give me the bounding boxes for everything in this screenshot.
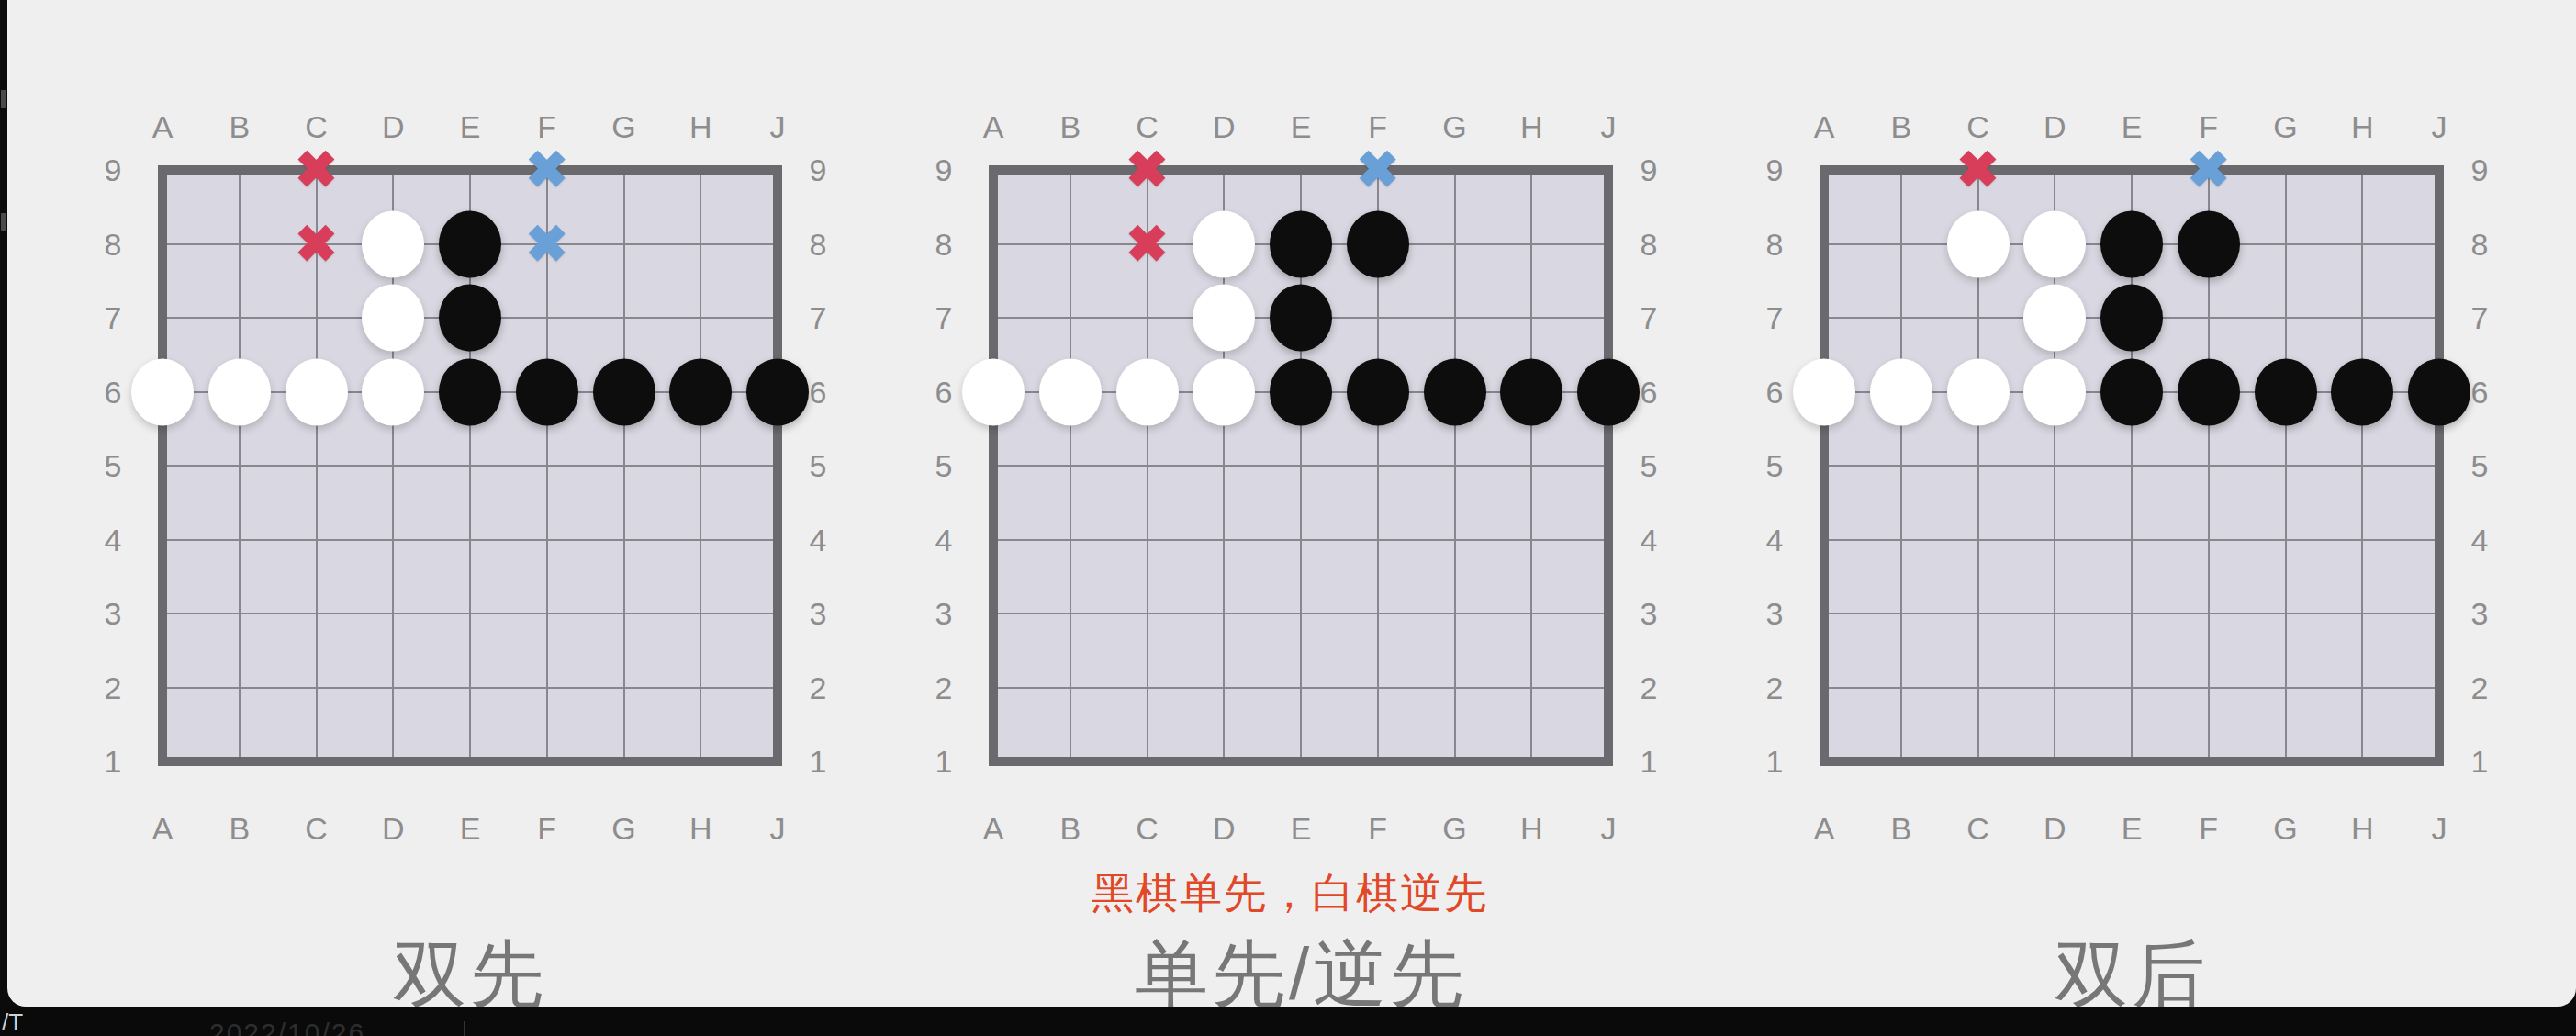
left-row-label-5: 5 <box>85 445 140 486</box>
white-stone <box>362 210 424 277</box>
left-row-label-9: 9 <box>916 150 971 190</box>
left-edge-artifact <box>1 213 6 231</box>
top-column-label-E: E <box>442 107 498 147</box>
bottom-column-label-J: J <box>750 808 805 849</box>
top-column-label-G: G <box>2258 107 2313 147</box>
top-column-label-B: B <box>212 107 267 147</box>
right-row-label-3: 3 <box>790 593 846 634</box>
right-row-label-9: 9 <box>1621 150 1676 190</box>
black-stone <box>439 285 501 352</box>
black-stone <box>2408 358 2470 425</box>
go-board-3: ✖✖ <box>1820 165 2444 766</box>
black-stone <box>2331 358 2393 425</box>
right-row-label-5: 5 <box>1621 445 1676 486</box>
red-x-mark: ✖ <box>1956 144 1999 196</box>
black-stone <box>1347 358 1409 425</box>
left-row-label-8: 8 <box>916 224 971 265</box>
right-row-label-3: 3 <box>2452 593 2507 634</box>
bottom-column-label-E: E <box>442 808 498 849</box>
white-stone <box>1947 358 2010 425</box>
left-row-label-5: 5 <box>1747 445 1802 486</box>
left-row-label-7: 7 <box>916 298 971 338</box>
right-row-label-1: 1 <box>790 741 846 782</box>
black-stone <box>593 358 655 425</box>
top-column-label-A: A <box>966 107 1021 147</box>
top-column-label-G: G <box>1428 107 1483 147</box>
left-row-label-1: 1 <box>916 741 971 782</box>
bottom-column-label-C: C <box>1120 808 1175 849</box>
white-stone <box>1793 358 1855 425</box>
bottom-column-label-A: A <box>966 808 1021 849</box>
bottom-column-label-H: H <box>1504 808 1559 849</box>
black-stone <box>2100 285 2163 352</box>
top-column-label-D: D <box>1196 107 1251 147</box>
top-column-label-J: J <box>750 107 805 147</box>
red-x-mark: ✖ <box>295 219 338 270</box>
bottom-column-label-D: D <box>1196 808 1251 849</box>
white-stone <box>2023 285 2086 352</box>
black-stone <box>439 210 501 277</box>
right-row-label-2: 2 <box>1621 668 1676 708</box>
left-row-label-3: 3 <box>916 593 971 634</box>
board-group-2: AABBCCDDEEFFGGHHJJ998877665544332211✖✖✖单… <box>935 0 1660 1007</box>
top-column-label-H: H <box>673 107 728 147</box>
white-stone <box>2023 210 2086 277</box>
black-stone <box>1270 285 1332 352</box>
bottom-column-label-G: G <box>1428 808 1483 849</box>
top-column-label-B: B <box>1043 107 1098 147</box>
black-stone <box>1424 358 1486 425</box>
top-column-label-D: D <box>365 107 420 147</box>
left-row-label-2: 2 <box>916 668 971 708</box>
right-row-label-5: 5 <box>790 445 846 486</box>
go-board-2: ✖✖✖ <box>989 165 1613 766</box>
left-row-label-7: 7 <box>1747 298 1802 338</box>
bottom-column-label-B: B <box>1043 808 1098 849</box>
left-row-label-4: 4 <box>85 520 140 560</box>
right-row-label-8: 8 <box>790 224 846 265</box>
white-stone <box>962 358 1025 425</box>
top-column-label-H: H <box>1504 107 1559 147</box>
white-stone <box>208 358 271 425</box>
top-column-label-E: E <box>1273 107 1328 147</box>
white-stone <box>1039 358 1102 425</box>
right-row-label-9: 9 <box>790 150 846 190</box>
white-stone <box>362 285 424 352</box>
left-row-label-3: 3 <box>1747 593 1802 634</box>
left-row-label-5: 5 <box>916 445 971 486</box>
left-row-label-8: 8 <box>1747 224 1802 265</box>
bottom-column-label-G: G <box>597 808 652 849</box>
corner-watermark: /T <box>2 1008 23 1036</box>
right-row-label-7: 7 <box>790 298 846 338</box>
top-column-label-G: G <box>597 107 652 147</box>
watermark-divider <box>464 1021 465 1036</box>
blue-x-mark: ✖ <box>2187 144 2230 196</box>
red-x-mark: ✖ <box>295 144 338 196</box>
top-column-label-J: J <box>2412 107 2467 147</box>
bottom-column-label-B: B <box>1874 808 1929 849</box>
bottom-column-label-F: F <box>1350 808 1406 849</box>
white-stone <box>1947 210 2010 277</box>
left-row-label-3: 3 <box>85 593 140 634</box>
bottom-column-label-B: B <box>212 808 267 849</box>
date-watermark: 2022/10/26 <box>209 1018 365 1036</box>
white-stone <box>1116 358 1179 425</box>
top-column-label-H: H <box>2335 107 2390 147</box>
bottom-column-label-F: F <box>2181 808 2236 849</box>
video-frame: { "game": "go", "page": { "background": … <box>0 0 2576 1036</box>
bottom-column-label-A: A <box>135 808 190 849</box>
white-stone <box>131 358 194 425</box>
top-column-label-A: A <box>135 107 190 147</box>
bottom-column-label-C: C <box>1951 808 2006 849</box>
right-row-label-8: 8 <box>2452 224 2507 265</box>
content-panel: AABBCCDDEEFFGGHHJJ998877665544332211✖✖✖✖… <box>7 0 2576 1007</box>
bottom-column-label-A: A <box>1797 808 1852 849</box>
board-group-3: AABBCCDDEEFFGGHHJJ998877665544332211✖✖双后 <box>1765 0 2491 1007</box>
bottom-column-label-G: G <box>2258 808 2313 849</box>
right-row-label-4: 4 <box>1621 520 1676 560</box>
left-row-label-4: 4 <box>1747 520 1802 560</box>
left-row-label-9: 9 <box>85 150 140 190</box>
bottom-column-label-E: E <box>2104 808 2159 849</box>
top-column-label-J: J <box>1581 107 1636 147</box>
black-stone <box>1347 210 1409 277</box>
white-stone <box>2023 358 2086 425</box>
right-row-label-5: 5 <box>2452 445 2507 486</box>
right-row-label-2: 2 <box>790 668 846 708</box>
top-column-label-E: E <box>2104 107 2159 147</box>
black-stone <box>1577 358 1640 425</box>
bottom-column-label-J: J <box>1581 808 1636 849</box>
annotation-text: 黑棋单先，白棋逆先 <box>927 865 1652 922</box>
left-row-label-2: 2 <box>1747 668 1802 708</box>
white-stone <box>1870 358 1932 425</box>
bottom-bar: /T 2022/10/26 <box>0 1007 2576 1036</box>
blue-x-mark: ✖ <box>525 144 568 196</box>
bottom-column-label-D: D <box>365 808 420 849</box>
right-row-label-1: 1 <box>2452 741 2507 782</box>
bottom-column-label-E: E <box>1273 808 1328 849</box>
black-stone <box>1270 210 1332 277</box>
white-stone <box>1193 210 1255 277</box>
bottom-column-label-H: H <box>2335 808 2390 849</box>
black-stone <box>516 358 578 425</box>
bottom-column-label-J: J <box>2412 808 2467 849</box>
right-row-label-3: 3 <box>1621 593 1676 634</box>
bottom-column-label-D: D <box>2027 808 2082 849</box>
right-row-label-2: 2 <box>2452 668 2507 708</box>
black-stone <box>2255 358 2317 425</box>
black-stone <box>1500 358 1562 425</box>
black-stone <box>2100 210 2163 277</box>
white-stone <box>286 358 348 425</box>
right-row-label-7: 7 <box>2452 298 2507 338</box>
white-stone <box>362 358 424 425</box>
left-row-label-1: 1 <box>85 741 140 782</box>
board-group-1: AABBCCDDEEFFGGHHJJ998877665544332211✖✖✖✖… <box>104 0 829 1007</box>
black-stone <box>1270 358 1332 425</box>
white-stone <box>1193 285 1255 352</box>
black-stone <box>2178 210 2240 277</box>
right-row-label-4: 4 <box>2452 520 2507 560</box>
black-stone <box>439 358 501 425</box>
top-column-label-B: B <box>1874 107 1929 147</box>
black-stone <box>2178 358 2240 425</box>
bottom-column-label-H: H <box>673 808 728 849</box>
left-edge-artifact <box>1 90 6 108</box>
bottom-column-label-C: C <box>289 808 344 849</box>
left-row-label-8: 8 <box>85 224 140 265</box>
right-row-label-7: 7 <box>1621 298 1676 338</box>
left-row-label-2: 2 <box>85 668 140 708</box>
blue-x-mark: ✖ <box>1356 144 1399 196</box>
left-row-label-1: 1 <box>1747 741 1802 782</box>
right-row-label-9: 9 <box>2452 150 2507 190</box>
black-stone <box>669 358 732 425</box>
white-stone <box>1193 358 1255 425</box>
left-row-label-7: 7 <box>85 298 140 338</box>
left-row-label-4: 4 <box>916 520 971 560</box>
black-stone <box>746 358 809 425</box>
go-board-1: ✖✖✖✖ <box>158 165 782 766</box>
blue-x-mark: ✖ <box>525 219 568 270</box>
right-row-label-8: 8 <box>1621 224 1676 265</box>
red-x-mark: ✖ <box>1126 219 1169 270</box>
left-row-label-9: 9 <box>1747 150 1802 190</box>
bottom-column-label-F: F <box>520 808 575 849</box>
right-row-label-4: 4 <box>790 520 846 560</box>
red-x-mark: ✖ <box>1126 144 1169 196</box>
top-column-label-D: D <box>2027 107 2082 147</box>
right-row-label-1: 1 <box>1621 741 1676 782</box>
black-stone <box>2100 358 2163 425</box>
top-column-label-A: A <box>1797 107 1852 147</box>
